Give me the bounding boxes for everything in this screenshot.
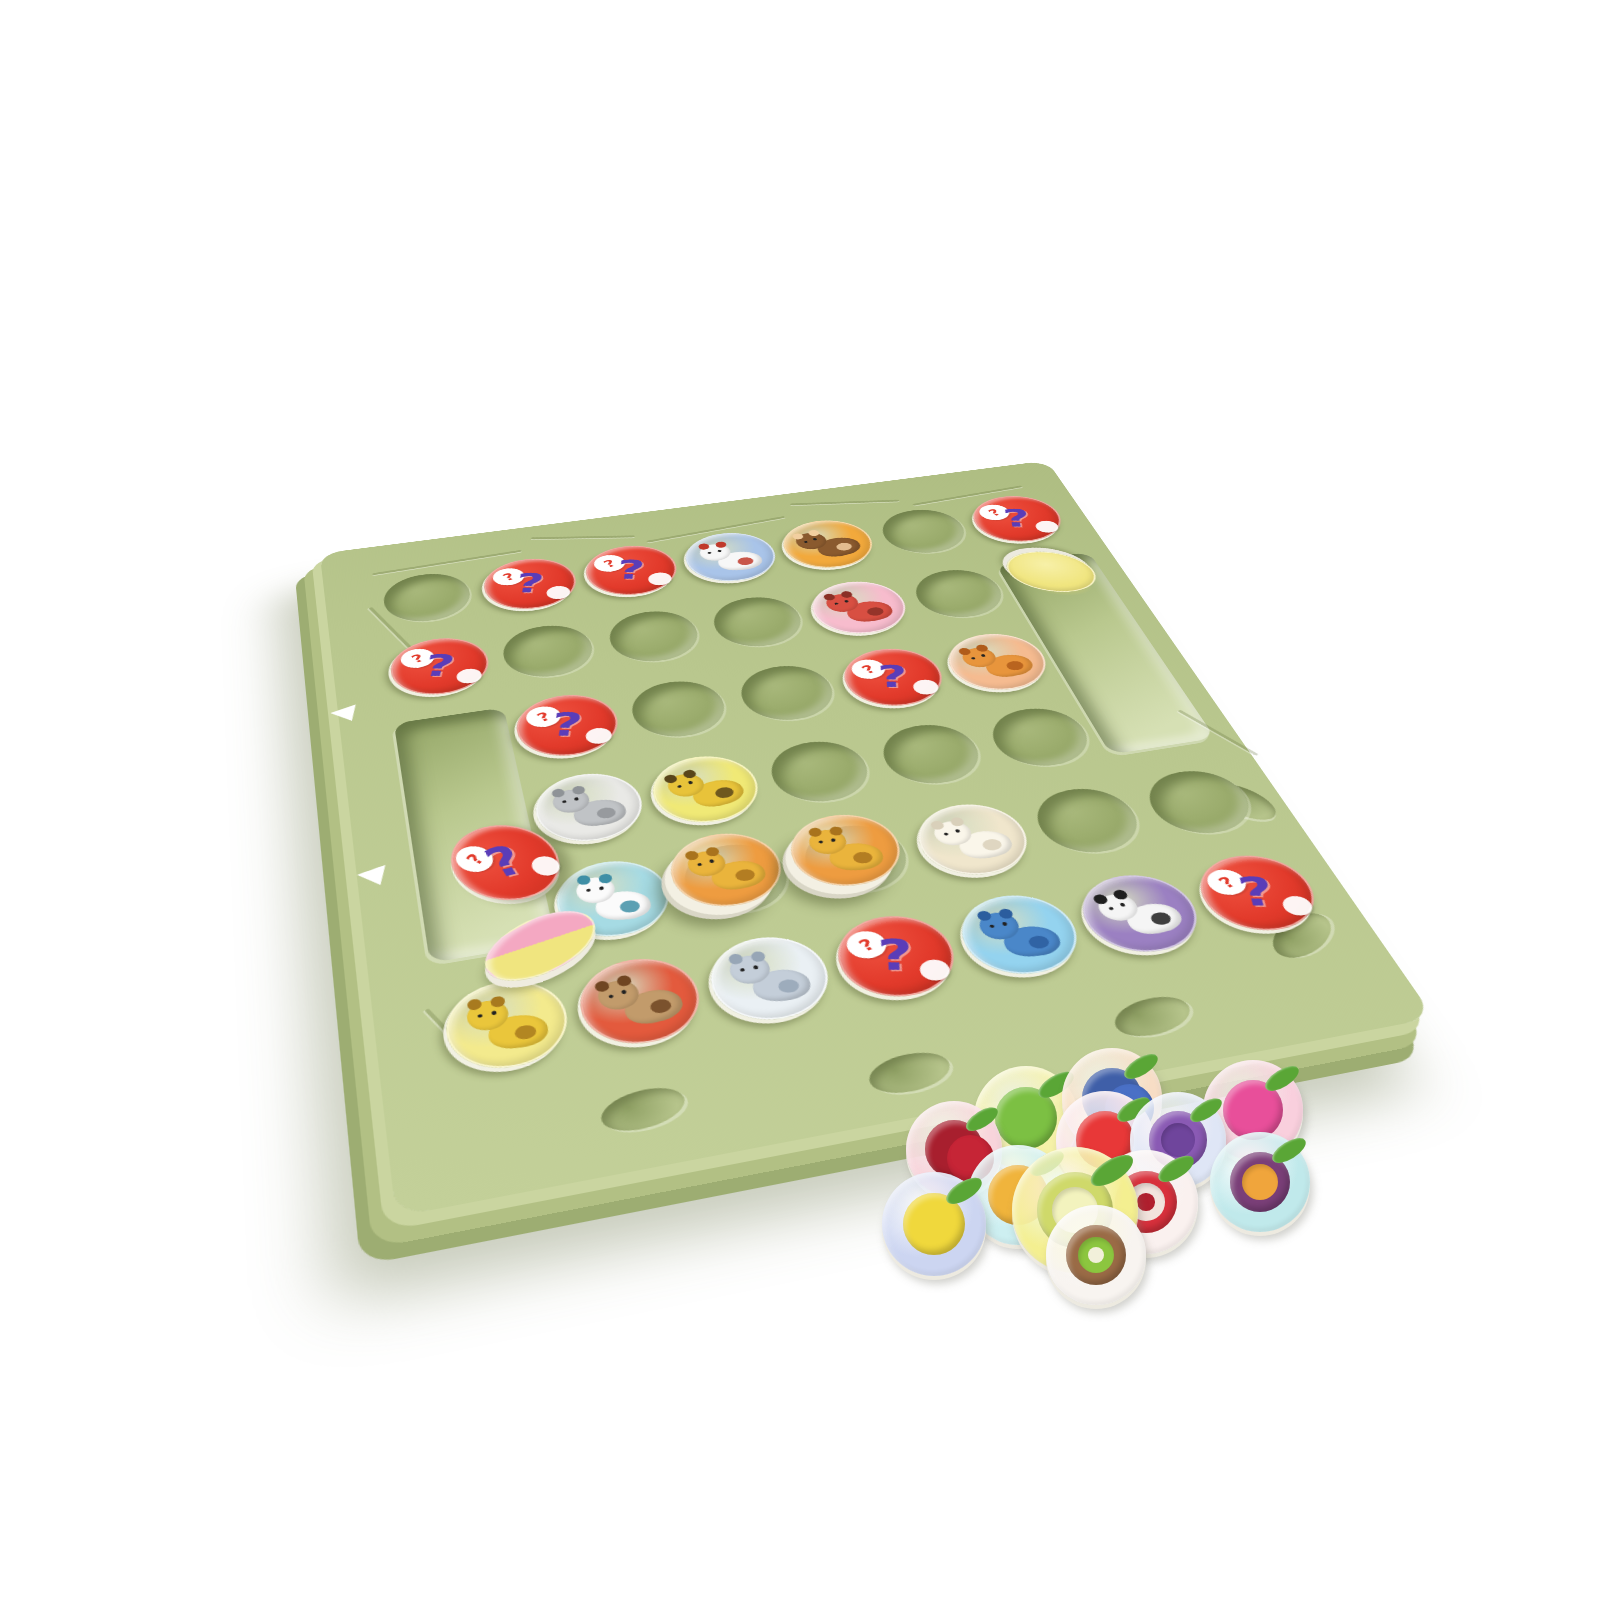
- leaf-notch: [595, 1080, 692, 1139]
- well-r5c6[interactable]: [1024, 783, 1151, 859]
- question-mark: ?: [513, 570, 546, 596]
- lion-art: [957, 640, 1037, 683]
- token-elephant[interactable]: [700, 929, 841, 1029]
- kiwi-art: [1066, 1225, 1126, 1285]
- question-bubble: [910, 678, 942, 696]
- token-koala[interactable]: [529, 767, 651, 849]
- cow_bw-art: [1092, 884, 1188, 943]
- well-r1c1[interactable]: [381, 569, 475, 626]
- token-question[interactable]: ??: [511, 689, 626, 763]
- token-question[interactable]: ??: [962, 491, 1073, 546]
- bee-art: [663, 763, 749, 816]
- token-question[interactable]: ??: [825, 908, 968, 1005]
- token-question[interactable]: ??: [834, 643, 954, 712]
- question-bubble: [1032, 519, 1061, 533]
- board-groove: [790, 500, 899, 506]
- fruit-token-kiwi[interactable]: [1046, 1205, 1146, 1305]
- token-dog[interactable]: [678, 528, 785, 586]
- token-bee[interactable]: [644, 750, 768, 830]
- cow-art: [807, 827, 884, 873]
- token-sheep[interactable]: [906, 797, 1042, 882]
- leaf-notch: [1105, 989, 1200, 1044]
- token-question[interactable]: ??: [479, 554, 582, 615]
- well-r5c7[interactable]: [1135, 765, 1264, 840]
- well-r4c6[interactable]: [981, 703, 1100, 772]
- token-cow_bw[interactable]: [1067, 868, 1214, 961]
- fruit-token-passion-fruit[interactable]: [1210, 1132, 1310, 1232]
- token-giraffe[interactable]: [440, 973, 575, 1078]
- well-r2c4[interactable]: [706, 592, 809, 651]
- well-r4c5[interactable]: [873, 719, 991, 789]
- koala-art: [550, 783, 628, 832]
- giraffe-art: [466, 994, 549, 1055]
- question-mark: ?: [877, 662, 909, 692]
- question-mark: ?: [877, 934, 915, 976]
- question-bubble: [584, 726, 614, 745]
- token-owl[interactable]: [572, 951, 710, 1053]
- well-r1c6[interactable]: [873, 506, 974, 558]
- edge-nick: [354, 865, 385, 885]
- question-mark: ?: [478, 840, 532, 885]
- question-mark: ?: [549, 709, 585, 741]
- edge-nick: [328, 704, 355, 721]
- monkey-art: [791, 525, 865, 563]
- leaf: [1261, 1061, 1302, 1096]
- question-mark: ?: [1235, 873, 1280, 912]
- photo-canvas: ??????????????????: [0, 0, 1600, 1600]
- well-r3c4[interactable]: [733, 661, 842, 726]
- well-r3c3[interactable]: [625, 676, 733, 742]
- sheep-art: [929, 813, 1017, 865]
- dog-art: [697, 540, 764, 575]
- squirrel-art: [822, 588, 896, 626]
- question-bubble: [545, 585, 572, 601]
- question-mark: ?: [421, 651, 458, 681]
- well-r2c3[interactable]: [603, 606, 705, 666]
- well-r2c2[interactable]: [498, 621, 598, 682]
- token-question[interactable]: ??: [579, 541, 684, 600]
- token-dolphin[interactable]: [948, 888, 1093, 983]
- cow-art: [684, 842, 770, 897]
- leaf-notch: [862, 1045, 958, 1100]
- well-r2c6[interactable]: [906, 565, 1012, 622]
- elephant-art: [727, 950, 813, 1007]
- token-squirrel[interactable]: [803, 576, 917, 639]
- question-mark: ?: [1002, 506, 1033, 530]
- question-bubble: [646, 571, 674, 587]
- token-monkey[interactable]: [774, 516, 882, 573]
- board-groove: [531, 535, 635, 539]
- question-bubble: [455, 667, 483, 685]
- question-bubble: [916, 957, 954, 983]
- well-r4c4[interactable]: [762, 736, 878, 808]
- fruit-token-lemon[interactable]: [882, 1172, 986, 1276]
- owl-art: [593, 968, 687, 1034]
- dolphin-art: [976, 908, 1064, 961]
- question-mark: ?: [616, 557, 647, 583]
